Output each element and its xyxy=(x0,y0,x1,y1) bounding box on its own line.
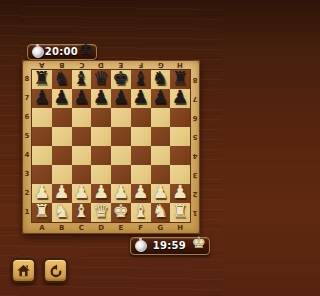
white-knight[interactable]: ♞ xyxy=(152,202,168,220)
square-e6[interactable] xyxy=(111,108,131,127)
white-pawn[interactable]: ♟ xyxy=(54,183,70,201)
square-f4[interactable] xyxy=(131,146,151,165)
square-g7[interactable]: ♟ xyxy=(151,89,171,108)
white-pawn[interactable]: ♟ xyxy=(34,183,50,201)
square-c6[interactable] xyxy=(72,108,92,127)
white-pawn[interactable]: ♟ xyxy=(133,183,149,201)
restart-icon xyxy=(48,263,64,279)
square-a4[interactable] xyxy=(32,146,52,165)
square-e4[interactable] xyxy=(111,146,131,165)
black-pawn[interactable]: ♟ xyxy=(113,88,129,106)
white-pawn[interactable]: ♟ xyxy=(172,183,188,201)
square-g6[interactable] xyxy=(151,108,171,127)
black-rook[interactable]: ♜ xyxy=(172,69,188,87)
square-c4[interactable] xyxy=(72,146,92,165)
black-pawn[interactable]: ♟ xyxy=(172,88,188,106)
square-e1[interactable]: ♚ xyxy=(111,203,131,222)
white-bishop[interactable]: ♝ xyxy=(133,202,149,220)
square-g5[interactable] xyxy=(151,127,171,146)
home-icon xyxy=(16,263,31,278)
square-a1[interactable]: ♜ xyxy=(32,203,52,222)
coordinate-label: H xyxy=(170,222,190,234)
square-e5[interactable] xyxy=(111,127,131,146)
black-bishop[interactable]: ♝ xyxy=(133,69,149,87)
square-e7[interactable]: ♟ xyxy=(111,89,131,108)
coordinate-label: 8 xyxy=(22,70,32,89)
square-d4[interactable] xyxy=(91,146,111,165)
white-king[interactable]: ♚ xyxy=(113,202,129,220)
black-bishop[interactable]: ♝ xyxy=(73,69,89,87)
square-h1[interactable]: ♜ xyxy=(170,203,190,222)
white-rook[interactable]: ♜ xyxy=(34,202,50,220)
white-pawn[interactable]: ♟ xyxy=(73,183,89,201)
home-button[interactable] xyxy=(11,258,36,283)
square-c1[interactable]: ♝ xyxy=(72,203,92,222)
white-bishop[interactable]: ♝ xyxy=(73,202,89,220)
square-f1[interactable]: ♝ xyxy=(131,203,151,222)
coordinate-label: 6 xyxy=(190,108,200,127)
black-knight[interactable]: ♞ xyxy=(152,69,168,87)
coordinate-label: G xyxy=(151,222,171,234)
white-king-icon: ♚ xyxy=(192,235,206,251)
board-grid: ♜♞♝♛♚♝♞♜♟♟♟♟♟♟♟♟♟♟♟♟♟♟♟♟♜♞♝♛♚♝♞♜ xyxy=(32,70,190,222)
black-timer-badge: 20:00 ♚ xyxy=(27,44,97,60)
square-a7[interactable]: ♟ xyxy=(32,89,52,108)
white-pawn[interactable]: ♟ xyxy=(152,183,168,201)
white-knight[interactable]: ♞ xyxy=(54,202,70,220)
coordinate-label: 2 xyxy=(22,184,32,203)
black-knight[interactable]: ♞ xyxy=(54,69,70,87)
coordinate-label: 2 xyxy=(190,184,200,203)
coordinate-label: 1 xyxy=(22,203,32,222)
black-pawn[interactable]: ♟ xyxy=(152,88,168,106)
stopwatch-icon xyxy=(135,240,147,252)
chess-board: ABCDEFGH 87654321 87654321 ABCDEFGH ♜♞♝♛… xyxy=(22,60,200,234)
black-queen[interactable]: ♛ xyxy=(93,69,109,87)
coordinate-label: 8 xyxy=(190,70,200,89)
square-b7[interactable]: ♟ xyxy=(52,89,72,108)
coordinate-label: 4 xyxy=(190,146,200,165)
square-a6[interactable] xyxy=(32,108,52,127)
square-g4[interactable] xyxy=(151,146,171,165)
black-king-icon: ♚ xyxy=(79,41,93,57)
square-b6[interactable] xyxy=(52,108,72,127)
square-f6[interactable] xyxy=(131,108,151,127)
black-rook[interactable]: ♜ xyxy=(34,69,50,87)
coordinate-label: 3 xyxy=(22,165,32,184)
restart-button[interactable] xyxy=(43,258,68,283)
coordinate-label: F xyxy=(131,222,151,234)
white-queen[interactable]: ♛ xyxy=(93,202,109,220)
square-c7[interactable]: ♟ xyxy=(72,89,92,108)
square-h4[interactable] xyxy=(170,146,190,165)
square-b5[interactable] xyxy=(52,127,72,146)
coordinate-label: E xyxy=(111,222,131,234)
black-pawn[interactable]: ♟ xyxy=(54,88,70,106)
rank-labels-left: 87654321 xyxy=(22,70,32,222)
coordinate-label: 6 xyxy=(22,108,32,127)
square-d1[interactable]: ♛ xyxy=(91,203,111,222)
square-f7[interactable]: ♟ xyxy=(131,89,151,108)
white-pawn[interactable]: ♟ xyxy=(93,183,109,201)
square-c5[interactable] xyxy=(72,127,92,146)
square-h7[interactable]: ♟ xyxy=(170,89,190,108)
coordinate-label: 5 xyxy=(22,127,32,146)
black-king[interactable]: ♚ xyxy=(113,69,129,87)
rank-labels-right: 87654321 xyxy=(190,70,200,222)
file-labels-bottom: ABCDEFGH xyxy=(32,222,190,234)
coordinate-label: 3 xyxy=(190,165,200,184)
coordinate-label: C xyxy=(72,222,92,234)
square-g1[interactable]: ♞ xyxy=(151,203,171,222)
coordinate-label: D xyxy=(91,222,111,234)
coordinate-label: A xyxy=(32,222,52,234)
white-time: 19:59 xyxy=(147,241,192,251)
white-timer-badge: 19:59 ♚ xyxy=(130,237,210,255)
square-b1[interactable]: ♞ xyxy=(52,203,72,222)
coordinate-label: 1 xyxy=(190,203,200,222)
black-pawn[interactable]: ♟ xyxy=(73,88,89,106)
black-time: 20:00 xyxy=(44,47,79,57)
white-rook[interactable]: ♜ xyxy=(172,202,188,220)
square-h5[interactable] xyxy=(170,127,190,146)
coordinate-label: 7 xyxy=(22,89,32,108)
square-b4[interactable] xyxy=(52,146,72,165)
square-f5[interactable] xyxy=(131,127,151,146)
square-d6[interactable] xyxy=(91,108,111,127)
stopwatch-icon xyxy=(32,46,44,58)
square-h6[interactable] xyxy=(170,108,190,127)
black-pawn[interactable]: ♟ xyxy=(93,88,109,106)
black-pawn[interactable]: ♟ xyxy=(34,88,50,106)
coordinate-label: B xyxy=(52,222,72,234)
white-pawn[interactable]: ♟ xyxy=(113,183,129,201)
square-a5[interactable] xyxy=(32,127,52,146)
coordinate-label: 7 xyxy=(190,89,200,108)
square-d7[interactable]: ♟ xyxy=(91,89,111,108)
square-d5[interactable] xyxy=(91,127,111,146)
black-pawn[interactable]: ♟ xyxy=(133,88,149,106)
coordinate-label: 5 xyxy=(190,127,200,146)
coordinate-label: 4 xyxy=(22,146,32,165)
